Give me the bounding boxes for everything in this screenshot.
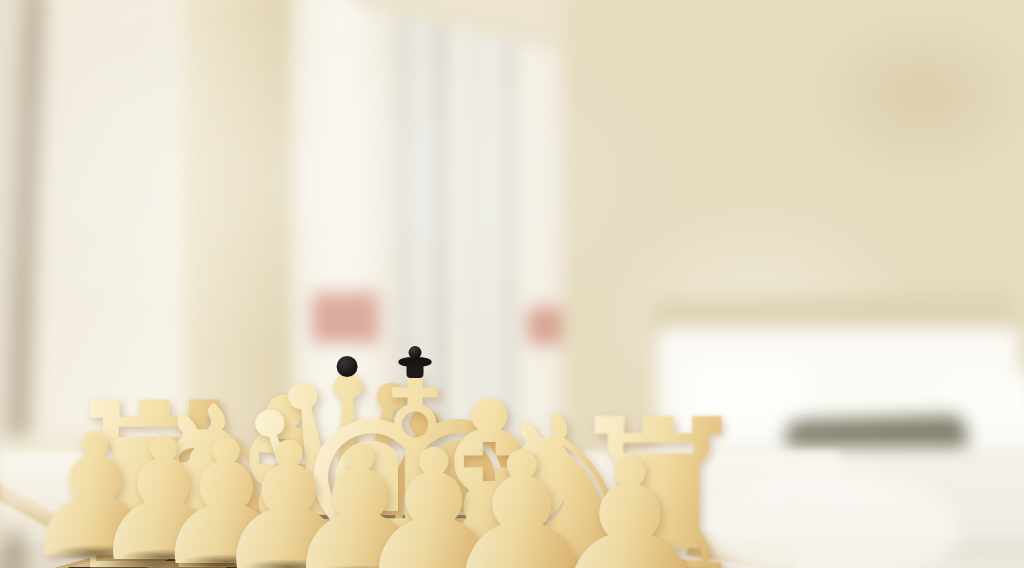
piece-pawn-h2: ♟ [541,434,719,568]
pawn-glyph: ♟ [541,434,719,568]
bedroom-chess-photo: ♜♞♝♛♚♝♞♜♟♟♟♟♟♟♟♟ [0,0,1024,568]
